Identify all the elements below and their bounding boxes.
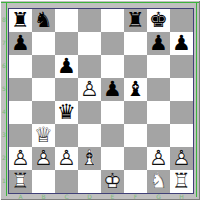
file-label-a: A <box>9 194 32 200</box>
white-bishop-outline: ♗ <box>78 147 101 170</box>
square-d2[interactable]: ♝♗ <box>78 147 101 170</box>
white-pawn-outline: ♙ <box>55 147 78 170</box>
square-f7[interactable] <box>124 32 147 55</box>
white-rook: ♜ <box>9 170 32 193</box>
chess-board-frame: ♜♞♜♚♟♟♟♟♟♙♟♝♛♛♕♟♙♟♙♟♙♝♗♟♙♟♙♜♖♚♔♞♘♜♖ 8765… <box>0 0 200 200</box>
white-queen: ♛ <box>32 124 55 147</box>
white-pawn-outline: ♙ <box>170 147 193 170</box>
black-pawn: ♟ <box>55 55 78 78</box>
square-c1[interactable] <box>55 170 78 193</box>
black-bishop: ♝ <box>124 78 147 101</box>
white-king-outline: ♔ <box>101 170 124 193</box>
square-g2[interactable]: ♟♙ <box>147 147 170 170</box>
white-queen-outline: ♕ <box>32 124 55 147</box>
white-bishop: ♝ <box>78 147 101 170</box>
square-e2[interactable] <box>101 147 124 170</box>
square-a4[interactable] <box>9 101 32 124</box>
square-g7[interactable]: ♟ <box>147 32 170 55</box>
square-f1[interactable] <box>124 170 147 193</box>
square-e1[interactable]: ♚♔ <box>101 170 124 193</box>
square-b1[interactable] <box>32 170 55 193</box>
white-king: ♚ <box>101 170 124 193</box>
white-pawn-outline: ♙ <box>32 147 55 170</box>
white-pawn-outline: ♙ <box>147 147 170 170</box>
frame-accent-left-line <box>6 3 7 196</box>
square-g4[interactable] <box>147 101 170 124</box>
rank-label-8: 8 <box>1 17 7 23</box>
square-h8[interactable] <box>170 9 193 32</box>
square-d8[interactable] <box>78 9 101 32</box>
rank-label-7: 7 <box>1 40 7 46</box>
square-c6[interactable]: ♟ <box>55 55 78 78</box>
white-rook-outline: ♖ <box>9 170 32 193</box>
square-a2[interactable]: ♟♙ <box>9 147 32 170</box>
square-b8[interactable]: ♞ <box>32 9 55 32</box>
square-b7[interactable] <box>32 32 55 55</box>
file-label-g: G <box>147 194 170 200</box>
square-c5[interactable] <box>55 78 78 101</box>
square-h6[interactable] <box>170 55 193 78</box>
square-e4[interactable] <box>101 101 124 124</box>
square-d6[interactable] <box>78 55 101 78</box>
white-pawn: ♟ <box>78 78 101 101</box>
square-b5[interactable] <box>32 78 55 101</box>
square-e5[interactable]: ♟ <box>101 78 124 101</box>
square-b2[interactable]: ♟♙ <box>32 147 55 170</box>
white-pawn: ♟ <box>147 147 170 170</box>
square-a1[interactable]: ♜♖ <box>9 170 32 193</box>
black-pawn: ♟ <box>147 32 170 55</box>
square-c7[interactable] <box>55 32 78 55</box>
rank-label-6: 6 <box>1 63 7 69</box>
black-knight: ♞ <box>32 9 55 32</box>
file-label-c: C <box>55 194 78 200</box>
file-label-b: B <box>32 194 55 200</box>
file-label-f: F <box>124 194 147 200</box>
square-c4[interactable]: ♛ <box>55 101 78 124</box>
rank-label-5: 5 <box>1 86 7 92</box>
white-pawn: ♟ <box>170 147 193 170</box>
chess-board: ♜♞♜♚♟♟♟♟♟♙♟♝♛♛♕♟♙♟♙♟♙♝♗♟♙♟♙♜♖♚♔♞♘♜♖ <box>8 8 194 194</box>
square-d1[interactable] <box>78 170 101 193</box>
white-pawn-outline: ♙ <box>78 78 101 101</box>
black-pawn: ♟ <box>170 32 193 55</box>
square-f2[interactable] <box>124 147 147 170</box>
square-c8[interactable] <box>55 9 78 32</box>
square-g6[interactable] <box>147 55 170 78</box>
black-rook: ♜ <box>124 9 147 32</box>
square-g3[interactable] <box>147 124 170 147</box>
rank-label-3: 3 <box>1 132 7 138</box>
square-f6[interactable] <box>124 55 147 78</box>
square-h1[interactable]: ♜♖ <box>170 170 193 193</box>
square-g1[interactable]: ♞♘ <box>147 170 170 193</box>
frame-accent-top-line <box>1 2 199 3</box>
file-label-d: D <box>78 194 101 200</box>
black-queen: ♛ <box>55 101 78 124</box>
square-d4[interactable] <box>78 101 101 124</box>
file-label-e: E <box>101 194 124 200</box>
square-f3[interactable] <box>124 124 147 147</box>
rank-label-2: 2 <box>1 155 7 161</box>
square-g5[interactable] <box>147 78 170 101</box>
white-pawn: ♟ <box>32 147 55 170</box>
square-e3[interactable] <box>101 124 124 147</box>
square-d3[interactable] <box>78 124 101 147</box>
square-h2[interactable]: ♟♙ <box>170 147 193 170</box>
black-pawn: ♟ <box>101 78 124 101</box>
white-knight-outline: ♘ <box>147 170 170 193</box>
black-pawn: ♟ <box>9 32 32 55</box>
square-e6[interactable] <box>101 55 124 78</box>
rank-label-4: 4 <box>1 109 7 115</box>
square-b3[interactable]: ♛♕ <box>32 124 55 147</box>
white-pawn-outline: ♙ <box>9 147 32 170</box>
square-g8[interactable]: ♚ <box>147 9 170 32</box>
square-h7[interactable]: ♟ <box>170 32 193 55</box>
frame-accent-right-line <box>196 2 197 197</box>
white-pawn: ♟ <box>9 147 32 170</box>
square-h4[interactable] <box>170 101 193 124</box>
square-a6[interactable] <box>9 55 32 78</box>
square-e7[interactable] <box>101 32 124 55</box>
square-a5[interactable] <box>9 78 32 101</box>
square-b4[interactable] <box>32 101 55 124</box>
square-a3[interactable] <box>9 124 32 147</box>
white-knight: ♞ <box>147 170 170 193</box>
square-h5[interactable] <box>170 78 193 101</box>
rank-label-1: 1 <box>1 178 7 184</box>
square-b6[interactable] <box>32 55 55 78</box>
black-king: ♚ <box>147 9 170 32</box>
square-c2[interactable]: ♟♙ <box>55 147 78 170</box>
black-rook: ♜ <box>9 9 32 32</box>
white-rook-outline: ♖ <box>170 170 193 193</box>
white-pawn: ♟ <box>55 147 78 170</box>
square-f4[interactable] <box>124 101 147 124</box>
square-c3[interactable] <box>55 124 78 147</box>
square-d7[interactable] <box>78 32 101 55</box>
square-f8[interactable]: ♜ <box>124 9 147 32</box>
square-f5[interactable]: ♝ <box>124 78 147 101</box>
square-a8[interactable]: ♜ <box>9 9 32 32</box>
square-a7[interactable]: ♟ <box>9 32 32 55</box>
white-rook: ♜ <box>170 170 193 193</box>
file-label-h: H <box>170 194 193 200</box>
square-e8[interactable] <box>101 9 124 32</box>
square-h3[interactable] <box>170 124 193 147</box>
square-d5[interactable]: ♟♙ <box>78 78 101 101</box>
